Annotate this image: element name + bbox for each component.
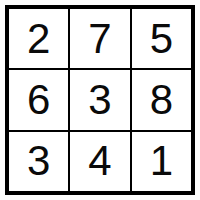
cell-r3c3[interactable]: 1 (132, 132, 191, 191)
cell-r2c3[interactable]: 8 (132, 70, 191, 129)
cell-r1c3[interactable]: 5 (132, 9, 191, 68)
number-grid-board: 2 7 5 6 3 8 3 4 1 (5, 5, 195, 195)
cell-r3c2[interactable]: 4 (70, 132, 129, 191)
cell-r1c2[interactable]: 7 (70, 9, 129, 68)
cell-r1c1[interactable]: 2 (9, 9, 68, 68)
cell-r2c1[interactable]: 6 (9, 70, 68, 129)
cell-r2c2[interactable]: 3 (70, 70, 129, 129)
grid: 2 7 5 6 3 8 3 4 1 (9, 9, 191, 191)
cell-r3c1[interactable]: 3 (9, 132, 68, 191)
